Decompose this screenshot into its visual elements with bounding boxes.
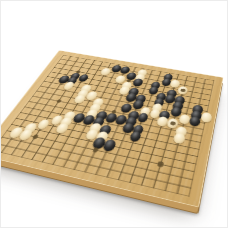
star-point xyxy=(111,110,117,115)
stone-white[interactable] xyxy=(178,114,191,125)
stone-white[interactable] xyxy=(17,129,33,141)
board-surface xyxy=(0,50,223,208)
stone-white[interactable] xyxy=(55,122,70,134)
stone-black[interactable] xyxy=(82,114,96,125)
stone-white[interactable] xyxy=(173,132,186,144)
stone-white[interactable] xyxy=(88,122,103,134)
stone-white[interactable] xyxy=(95,130,110,142)
product-photo xyxy=(0,0,228,228)
photo-scene xyxy=(1,1,227,227)
stone-white[interactable] xyxy=(22,123,38,135)
stone-black[interactable] xyxy=(124,116,138,127)
stone-black[interactable] xyxy=(158,110,171,121)
star-point xyxy=(92,147,99,153)
stone-black[interactable] xyxy=(131,124,145,136)
stone-white[interactable] xyxy=(59,116,74,127)
stone-black[interactable] xyxy=(121,122,135,134)
stone-black[interactable] xyxy=(91,137,106,150)
stone-white[interactable] xyxy=(85,128,100,140)
stone-black[interactable] xyxy=(189,116,201,127)
stone-black[interactable] xyxy=(136,112,149,123)
stone-white[interactable] xyxy=(175,126,188,138)
star-point xyxy=(157,161,163,167)
stone-black[interactable] xyxy=(128,130,142,142)
stone-black[interactable] xyxy=(104,112,118,123)
stone-white[interactable] xyxy=(36,118,52,129)
stone-white[interactable] xyxy=(49,115,64,126)
stone-black[interactable] xyxy=(126,110,139,121)
stone-black[interactable] xyxy=(192,105,204,116)
star-point xyxy=(32,134,39,139)
stone-black[interactable] xyxy=(190,110,202,121)
stone-white[interactable] xyxy=(63,111,78,122)
star-point xyxy=(170,121,176,126)
stone-white[interactable] xyxy=(8,127,25,139)
stone-black[interactable] xyxy=(94,111,108,122)
stone-white[interactable] xyxy=(200,112,212,123)
stone-white[interactable] xyxy=(166,118,179,129)
stone-white[interactable] xyxy=(148,108,161,119)
stone-black[interactable] xyxy=(91,116,105,127)
stone-black[interactable] xyxy=(72,113,87,124)
stone-black[interactable] xyxy=(102,139,117,152)
go-board xyxy=(0,50,223,208)
stone-black[interactable] xyxy=(98,124,113,136)
stone-white[interactable] xyxy=(156,116,169,127)
stone-black[interactable] xyxy=(114,114,128,125)
stone-black[interactable] xyxy=(170,106,182,117)
